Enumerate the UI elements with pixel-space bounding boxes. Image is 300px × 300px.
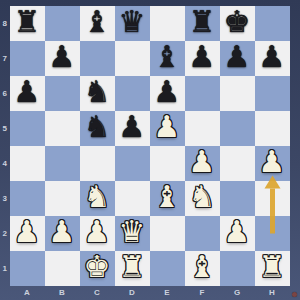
file-label-g: G xyxy=(220,286,255,300)
square-a3[interactable] xyxy=(10,181,45,216)
square-b2[interactable]: ♟ xyxy=(45,216,80,251)
square-a8[interactable]: ♜ xyxy=(10,6,45,41)
piece-black-pawn[interactable]: ♟ xyxy=(224,42,251,72)
piece-white-queen[interactable]: ♛ xyxy=(119,217,146,247)
rank-label-4: 4 xyxy=(0,146,10,181)
chess-board-panel: 87654321 ♜♝♛♜♚♟♝♟♟♟♟♞♟♞♟♟♟♟♞♝♞♟♟♟♛♟♚♜♝♜ … xyxy=(0,0,300,300)
square-f5[interactable] xyxy=(185,111,220,146)
square-b3[interactable] xyxy=(45,181,80,216)
piece-white-knight[interactable]: ♞ xyxy=(84,182,111,212)
square-d7[interactable] xyxy=(115,41,150,76)
square-e2[interactable] xyxy=(150,216,185,251)
piece-black-knight[interactable]: ♞ xyxy=(84,77,111,107)
square-c7[interactable] xyxy=(80,41,115,76)
square-e1[interactable] xyxy=(150,251,185,286)
square-g4[interactable] xyxy=(220,146,255,181)
square-a2[interactable]: ♟ xyxy=(10,216,45,251)
square-f7[interactable]: ♟ xyxy=(185,41,220,76)
piece-black-pawn[interactable]: ♟ xyxy=(49,42,76,72)
file-label-a: A xyxy=(10,286,45,300)
piece-black-pawn[interactable]: ♟ xyxy=(189,42,216,72)
piece-black-rook[interactable]: ♜ xyxy=(189,7,216,37)
file-labels: ABCDEFGH xyxy=(10,286,290,300)
rank-label-3: 3 xyxy=(0,181,10,216)
square-a6[interactable]: ♟ xyxy=(10,76,45,111)
rank-label-1: 1 xyxy=(0,251,10,286)
piece-white-pawn[interactable]: ♟ xyxy=(224,217,251,247)
rank-label-7: 7 xyxy=(0,41,10,76)
chess-board: ♜♝♛♜♚♟♝♟♟♟♟♞♟♞♟♟♟♟♞♝♞♟♟♟♛♟♚♜♝♜ xyxy=(10,6,290,286)
square-g2[interactable]: ♟ xyxy=(220,216,255,251)
square-g3[interactable] xyxy=(220,181,255,216)
piece-white-pawn[interactable]: ♟ xyxy=(49,217,76,247)
square-h3[interactable] xyxy=(255,181,290,216)
square-e4[interactable] xyxy=(150,146,185,181)
square-h6[interactable] xyxy=(255,76,290,111)
square-f1[interactable]: ♝ xyxy=(185,251,220,286)
square-c5[interactable]: ♞ xyxy=(80,111,115,146)
square-b4[interactable] xyxy=(45,146,80,181)
square-b5[interactable] xyxy=(45,111,80,146)
square-d8[interactable]: ♛ xyxy=(115,6,150,41)
piece-black-pawn[interactable]: ♟ xyxy=(154,77,181,107)
square-e5[interactable]: ♟ xyxy=(150,111,185,146)
piece-black-pawn[interactable]: ♟ xyxy=(119,112,146,142)
square-c2[interactable]: ♟ xyxy=(80,216,115,251)
piece-black-knight[interactable]: ♞ xyxy=(84,112,111,142)
file-label-e: E xyxy=(150,286,185,300)
rank-labels: 87654321 xyxy=(0,6,10,286)
square-c6[interactable]: ♞ xyxy=(80,76,115,111)
piece-black-bishop[interactable]: ♝ xyxy=(154,42,181,72)
square-g5[interactable] xyxy=(220,111,255,146)
square-a1[interactable] xyxy=(10,251,45,286)
piece-black-rook[interactable]: ♜ xyxy=(14,7,41,37)
square-b8[interactable] xyxy=(45,6,80,41)
corner-dot xyxy=(292,292,297,297)
piece-black-king[interactable]: ♚ xyxy=(224,7,251,37)
square-d5[interactable]: ♟ xyxy=(115,111,150,146)
square-b6[interactable] xyxy=(45,76,80,111)
square-h2[interactable] xyxy=(255,216,290,251)
piece-white-rook[interactable]: ♜ xyxy=(119,252,146,282)
square-d3[interactable] xyxy=(115,181,150,216)
piece-white-pawn[interactable]: ♟ xyxy=(14,217,41,247)
square-d6[interactable] xyxy=(115,76,150,111)
piece-white-bishop[interactable]: ♝ xyxy=(154,182,181,212)
square-f4[interactable]: ♟ xyxy=(185,146,220,181)
square-b7[interactable]: ♟ xyxy=(45,41,80,76)
square-c1[interactable]: ♚ xyxy=(80,251,115,286)
piece-white-rook[interactable]: ♜ xyxy=(259,252,286,282)
square-c3[interactable]: ♞ xyxy=(80,181,115,216)
square-g6[interactable] xyxy=(220,76,255,111)
square-g7[interactable]: ♟ xyxy=(220,41,255,76)
square-e8[interactable] xyxy=(150,6,185,41)
piece-white-knight[interactable]: ♞ xyxy=(189,182,216,212)
square-h1[interactable]: ♜ xyxy=(255,251,290,286)
square-a5[interactable] xyxy=(10,111,45,146)
piece-white-pawn[interactable]: ♟ xyxy=(259,147,286,177)
square-c4[interactable] xyxy=(80,146,115,181)
square-f2[interactable] xyxy=(185,216,220,251)
square-c8[interactable]: ♝ xyxy=(80,6,115,41)
piece-black-pawn[interactable]: ♟ xyxy=(14,77,41,107)
piece-black-bishop[interactable]: ♝ xyxy=(84,7,111,37)
square-g8[interactable]: ♚ xyxy=(220,6,255,41)
piece-black-pawn[interactable]: ♟ xyxy=(259,42,286,72)
rank-label-8: 8 xyxy=(0,6,10,41)
piece-white-pawn[interactable]: ♟ xyxy=(154,112,181,142)
square-d2[interactable]: ♛ xyxy=(115,216,150,251)
piece-white-bishop[interactable]: ♝ xyxy=(189,252,216,282)
piece-white-pawn[interactable]: ♟ xyxy=(84,217,111,247)
square-h5[interactable] xyxy=(255,111,290,146)
piece-white-king[interactable]: ♚ xyxy=(84,252,111,282)
file-label-d: D xyxy=(115,286,150,300)
square-b1[interactable] xyxy=(45,251,80,286)
file-label-h: H xyxy=(255,286,290,300)
square-d4[interactable] xyxy=(115,146,150,181)
square-d1[interactable]: ♜ xyxy=(115,251,150,286)
square-h7[interactable]: ♟ xyxy=(255,41,290,76)
rank-label-6: 6 xyxy=(0,76,10,111)
square-f3[interactable]: ♞ xyxy=(185,181,220,216)
square-f6[interactable] xyxy=(185,76,220,111)
rank-label-5: 5 xyxy=(0,111,10,146)
square-g1[interactable] xyxy=(220,251,255,286)
square-a4[interactable] xyxy=(10,146,45,181)
square-f8[interactable]: ♜ xyxy=(185,6,220,41)
file-label-c: C xyxy=(80,286,115,300)
square-h4[interactable]: ♟ xyxy=(255,146,290,181)
square-e3[interactable]: ♝ xyxy=(150,181,185,216)
file-label-f: F xyxy=(185,286,220,300)
piece-white-pawn[interactable]: ♟ xyxy=(189,147,216,177)
square-h8[interactable] xyxy=(255,6,290,41)
square-e7[interactable]: ♝ xyxy=(150,41,185,76)
square-e6[interactable]: ♟ xyxy=(150,76,185,111)
piece-black-queen[interactable]: ♛ xyxy=(119,7,146,37)
rank-label-2: 2 xyxy=(0,216,10,251)
square-a7[interactable] xyxy=(10,41,45,76)
file-label-b: B xyxy=(45,286,80,300)
